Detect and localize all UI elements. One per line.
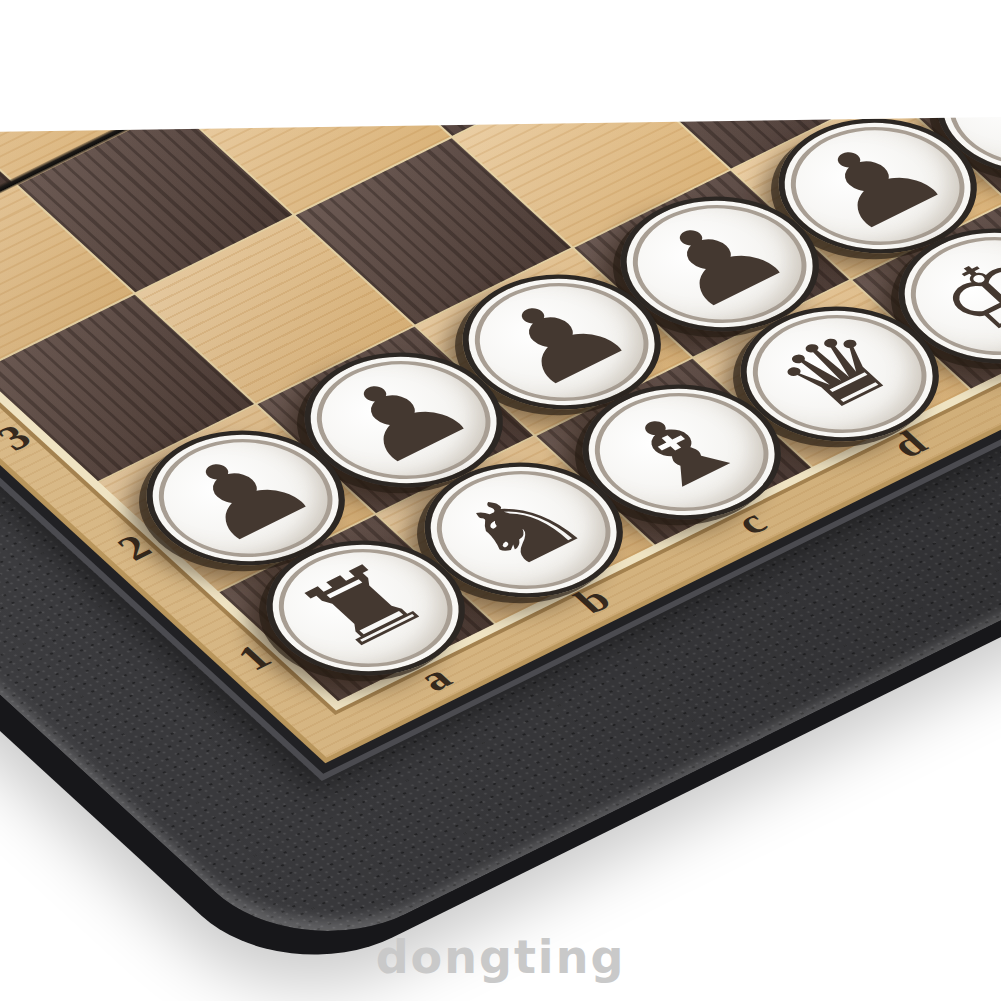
photo-background-top [0,0,1001,132]
white-rook-icon: ♜ [278,547,448,664]
white-knight-icon: ♞ [436,469,606,586]
watermark: dongting [0,930,1001,984]
board-frame: ♟♟♟♟♟♟♔♛♝♞♜ 12345678abcdefgh [0,0,1001,967]
white-pawn-icon: ♟ [624,198,810,326]
chess-board-assembly: ♟♟♟♟♟♟♔♛♝♞♜ 12345678abcdefgh [0,0,1001,967]
white-pawn-icon: ♟ [308,354,494,482]
white-king-icon: ♔ [914,238,1001,350]
white-pawn-icon: ♟ [782,120,968,248]
white-pawn-icon: ♟ [150,432,336,560]
white-bishop-icon: ♝ [594,391,764,508]
product-photo: ♟♟♟♟♟♟♔♛♝♞♜ 12345678abcdefgh dongting [0,0,1001,1001]
white-queen-icon: ♛ [756,316,920,428]
white-pawn-icon: ♟ [466,276,652,404]
